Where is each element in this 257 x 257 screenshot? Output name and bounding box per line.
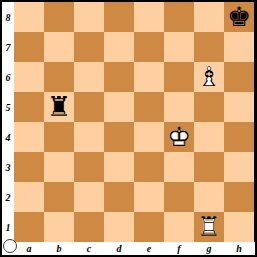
file-label-h: h	[224, 241, 254, 255]
square-e3[interactable]	[134, 152, 164, 182]
square-g1[interactable]: ♜♖	[194, 212, 224, 242]
file-label-g: g	[194, 241, 224, 255]
square-a1[interactable]	[14, 212, 44, 242]
square-f2[interactable]	[164, 182, 194, 212]
square-d5[interactable]	[104, 92, 134, 122]
white-king[interactable]: ♚♔	[164, 122, 194, 152]
white-rook[interactable]: ♜♖	[194, 212, 224, 242]
square-a4[interactable]	[14, 122, 44, 152]
square-c1[interactable]	[74, 212, 104, 242]
square-g4[interactable]	[194, 122, 224, 152]
square-d2[interactable]	[104, 182, 134, 212]
square-f4[interactable]: ♚♔	[164, 122, 194, 152]
square-c2[interactable]	[74, 182, 104, 212]
square-f6[interactable]	[164, 62, 194, 92]
rank-label-1: 1	[2, 212, 14, 242]
file-label-b: b	[44, 241, 74, 255]
rank-label-3: 3	[2, 152, 14, 182]
square-g2[interactable]	[194, 182, 224, 212]
file-labels: abcdefgh	[14, 241, 254, 255]
square-e5[interactable]	[134, 92, 164, 122]
square-g8[interactable]	[194, 2, 224, 32]
rank-label-8: 8	[2, 2, 14, 32]
square-f5[interactable]	[164, 92, 194, 122]
square-c8[interactable]	[74, 2, 104, 32]
square-b7[interactable]	[44, 32, 74, 62]
square-b1[interactable]	[44, 212, 74, 242]
white-king-outline: ♔	[164, 122, 194, 152]
square-e1[interactable]	[134, 212, 164, 242]
black-king-glyph: ♚	[224, 2, 254, 32]
square-c7[interactable]	[74, 32, 104, 62]
square-h5[interactable]	[224, 92, 254, 122]
square-h8[interactable]: ♚	[224, 2, 254, 32]
square-a2[interactable]	[14, 182, 44, 212]
square-h2[interactable]	[224, 182, 254, 212]
black-king[interactable]: ♚	[224, 2, 254, 32]
square-f1[interactable]	[164, 212, 194, 242]
square-b3[interactable]	[44, 152, 74, 182]
rank-label-6: 6	[2, 62, 14, 92]
square-a8[interactable]	[14, 2, 44, 32]
square-e7[interactable]	[134, 32, 164, 62]
file-label-f: f	[164, 241, 194, 255]
square-f8[interactable]	[164, 2, 194, 32]
white-rook-outline: ♖	[194, 212, 224, 242]
square-g5[interactable]	[194, 92, 224, 122]
white-bishop[interactable]: ♝♗	[194, 62, 224, 92]
square-c6[interactable]	[74, 62, 104, 92]
square-d4[interactable]	[104, 122, 134, 152]
square-e2[interactable]	[134, 182, 164, 212]
square-b6[interactable]	[44, 62, 74, 92]
square-a7[interactable]	[14, 32, 44, 62]
rank-labels: 87654321	[2, 2, 14, 242]
square-c4[interactable]	[74, 122, 104, 152]
white-bishop-outline: ♗	[194, 62, 224, 92]
white-to-move-indicator	[3, 239, 17, 253]
chess-board[interactable]: ♚♝♗♜♚♔♜♖	[14, 2, 254, 242]
black-rook[interactable]: ♜	[44, 92, 74, 122]
square-d7[interactable]	[104, 32, 134, 62]
chess-diagram: 87654321 ♚♝♗♜♚♔♜♖ abcdefgh	[0, 0, 257, 257]
rank-label-7: 7	[2, 32, 14, 62]
rank-label-4: 4	[2, 122, 14, 152]
square-c3[interactable]	[74, 152, 104, 182]
square-e4[interactable]	[134, 122, 164, 152]
square-b4[interactable]	[44, 122, 74, 152]
square-h3[interactable]	[224, 152, 254, 182]
square-a3[interactable]	[14, 152, 44, 182]
black-rook-glyph: ♜	[44, 92, 74, 122]
square-f3[interactable]	[164, 152, 194, 182]
square-d8[interactable]	[104, 2, 134, 32]
square-g6[interactable]: ♝♗	[194, 62, 224, 92]
rank-label-5: 5	[2, 92, 14, 122]
square-b8[interactable]	[44, 2, 74, 32]
square-e6[interactable]	[134, 62, 164, 92]
square-f7[interactable]	[164, 32, 194, 62]
square-b5[interactable]: ♜	[44, 92, 74, 122]
square-a6[interactable]	[14, 62, 44, 92]
file-label-e: e	[134, 241, 164, 255]
square-h7[interactable]	[224, 32, 254, 62]
square-d1[interactable]	[104, 212, 134, 242]
file-label-c: c	[74, 241, 104, 255]
square-d3[interactable]	[104, 152, 134, 182]
square-d6[interactable]	[104, 62, 134, 92]
file-label-d: d	[104, 241, 134, 255]
square-h4[interactable]	[224, 122, 254, 152]
square-g3[interactable]	[194, 152, 224, 182]
file-label-a: a	[14, 241, 44, 255]
square-h1[interactable]	[224, 212, 254, 242]
rank-label-2: 2	[2, 182, 14, 212]
square-a5[interactable]	[14, 92, 44, 122]
square-e8[interactable]	[134, 2, 164, 32]
square-g7[interactable]	[194, 32, 224, 62]
square-b2[interactable]	[44, 182, 74, 212]
square-h6[interactable]	[224, 62, 254, 92]
square-c5[interactable]	[74, 92, 104, 122]
